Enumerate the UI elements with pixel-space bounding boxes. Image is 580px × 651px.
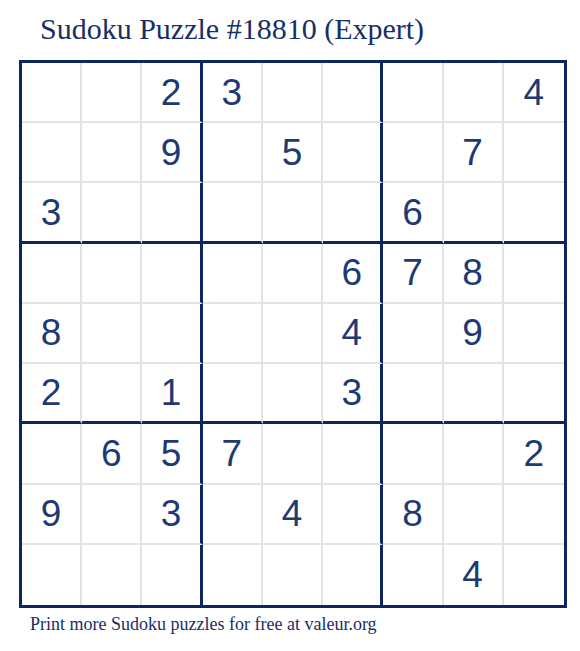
cell-r6c2 <box>82 364 142 424</box>
cell-r9c7 <box>383 545 443 605</box>
cell-r1c4: 3 <box>203 63 263 123</box>
cell-r3c9 <box>504 183 564 243</box>
cell-r3c1: 3 <box>22 183 82 243</box>
cell-r6c7 <box>383 364 443 424</box>
cell-r5c9 <box>504 304 564 364</box>
cell-r6c8 <box>444 364 504 424</box>
cell-r3c7: 6 <box>383 183 443 243</box>
cell-r9c8: 4 <box>444 545 504 605</box>
cell-r9c2 <box>82 545 142 605</box>
cell-r2c3: 9 <box>142 123 202 183</box>
cell-r4c9 <box>504 244 564 304</box>
cell-r1c7 <box>383 63 443 123</box>
cell-r2c7 <box>383 123 443 183</box>
cell-r4c2 <box>82 244 142 304</box>
cell-r8c8 <box>444 485 504 545</box>
cell-r7c6 <box>323 424 383 484</box>
cell-r3c5 <box>263 183 323 243</box>
cell-r5c4 <box>203 304 263 364</box>
cell-r7c3: 5 <box>142 424 202 484</box>
footer-text: Print more Sudoku puzzles for free at va… <box>30 614 377 635</box>
cell-r2c4 <box>203 123 263 183</box>
cell-r7c2: 6 <box>82 424 142 484</box>
cell-r4c3 <box>142 244 202 304</box>
page: Sudoku Puzzle #18810 (Expert) 2349573667… <box>0 0 580 651</box>
cell-r1c3: 2 <box>142 63 202 123</box>
cell-r5c1: 8 <box>22 304 82 364</box>
cell-r3c6 <box>323 183 383 243</box>
cell-r5c2 <box>82 304 142 364</box>
cell-r9c1 <box>22 545 82 605</box>
cell-r1c9: 4 <box>504 63 564 123</box>
cell-r6c1: 2 <box>22 364 82 424</box>
cell-r8c6 <box>323 485 383 545</box>
cell-r6c6: 3 <box>323 364 383 424</box>
cell-r9c3 <box>142 545 202 605</box>
cell-r1c8 <box>444 63 504 123</box>
cell-r9c5 <box>263 545 323 605</box>
cell-r7c8 <box>444 424 504 484</box>
cell-r1c5 <box>263 63 323 123</box>
cell-r5c7 <box>383 304 443 364</box>
cell-r4c6: 6 <box>323 244 383 304</box>
cell-r4c4 <box>203 244 263 304</box>
cell-r8c1: 9 <box>22 485 82 545</box>
cell-r8c4 <box>203 485 263 545</box>
cell-r1c2 <box>82 63 142 123</box>
page-title: Sudoku Puzzle #18810 (Expert) <box>40 12 424 46</box>
cell-r4c7: 7 <box>383 244 443 304</box>
cell-r9c6 <box>323 545 383 605</box>
cell-r3c4 <box>203 183 263 243</box>
cell-r9c4 <box>203 545 263 605</box>
cell-r3c8 <box>444 183 504 243</box>
cell-r6c4 <box>203 364 263 424</box>
cell-r1c1 <box>22 63 82 123</box>
cell-r8c3: 3 <box>142 485 202 545</box>
cell-r8c9 <box>504 485 564 545</box>
cell-r5c8: 9 <box>444 304 504 364</box>
cell-r6c9 <box>504 364 564 424</box>
cell-r5c5 <box>263 304 323 364</box>
cell-r2c1 <box>22 123 82 183</box>
cell-r9c9 <box>504 545 564 605</box>
cell-r5c6: 4 <box>323 304 383 364</box>
cell-r2c6 <box>323 123 383 183</box>
cell-r1c6 <box>323 63 383 123</box>
cell-r3c2 <box>82 183 142 243</box>
cell-r2c2 <box>82 123 142 183</box>
cell-r6c5 <box>263 364 323 424</box>
cell-r7c5 <box>263 424 323 484</box>
cell-r8c2 <box>82 485 142 545</box>
cell-r2c8: 7 <box>444 123 504 183</box>
cell-r4c1 <box>22 244 82 304</box>
cell-r2c9 <box>504 123 564 183</box>
cell-r7c4: 7 <box>203 424 263 484</box>
cell-r7c1 <box>22 424 82 484</box>
cell-r7c7 <box>383 424 443 484</box>
cell-r7c9: 2 <box>504 424 564 484</box>
cell-r4c5 <box>263 244 323 304</box>
cell-r8c5: 4 <box>263 485 323 545</box>
cell-r4c8: 8 <box>444 244 504 304</box>
cell-r2c5: 5 <box>263 123 323 183</box>
cell-r6c3: 1 <box>142 364 202 424</box>
sudoku-grid: 23495736678849213657293484 <box>19 60 567 608</box>
cell-r3c3 <box>142 183 202 243</box>
cell-r8c7: 8 <box>383 485 443 545</box>
cell-r5c3 <box>142 304 202 364</box>
